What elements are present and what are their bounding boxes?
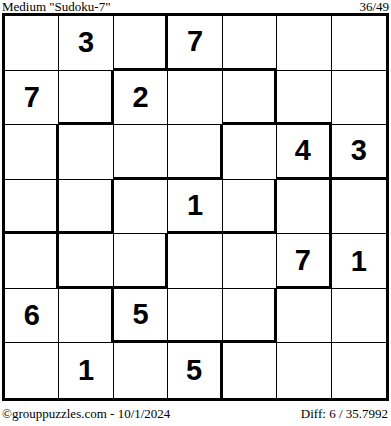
cell-r1c7[interactable] (332, 16, 386, 71)
cell-r2c1[interactable]: 7 (5, 71, 59, 126)
copyright-text: ©grouppuzzles.com - 10/1/2024 (2, 407, 170, 420)
cell-r3c7[interactable]: 3 (332, 125, 386, 180)
cell-r6c7[interactable] (332, 289, 386, 344)
difficulty-text: Diff: 6 / 35.7992 (301, 407, 388, 420)
cell-r7c2[interactable]: 1 (59, 343, 113, 398)
given-digit: 7 (187, 25, 203, 58)
given-digit: 7 (24, 81, 40, 114)
cell-r7c1[interactable] (5, 343, 59, 398)
given-digit: 3 (78, 26, 94, 59)
cell-r5c7[interactable]: 1 (332, 234, 386, 289)
cell-r2c4[interactable] (168, 71, 222, 126)
cell-r3c5[interactable] (223, 125, 277, 180)
progress-counter: 36/49 (359, 0, 389, 13)
cell-r2c2[interactable] (59, 71, 113, 126)
cell-r1c1[interactable] (5, 16, 59, 71)
cell-r6c4[interactable] (168, 289, 222, 344)
cell-r6c1[interactable]: 6 (5, 289, 59, 344)
cell-r3c3[interactable] (114, 125, 168, 180)
cell-r4c6[interactable] (277, 180, 331, 235)
cell-r2c7[interactable] (332, 71, 386, 126)
cell-r6c6[interactable] (277, 289, 331, 344)
puzzle-title: Medium "Sudoku-7" (2, 0, 110, 13)
sudoku-board: 3772431716515 (2, 13, 389, 401)
cell-r1c4[interactable]: 7 (168, 16, 222, 71)
cell-r1c5[interactable] (223, 16, 277, 71)
given-digit: 6 (24, 299, 40, 332)
cell-r4c3[interactable] (114, 180, 168, 235)
cell-r1c6[interactable] (277, 16, 331, 71)
cell-r4c1[interactable] (5, 180, 59, 235)
given-digit: 5 (132, 298, 148, 331)
given-digit: 4 (295, 134, 311, 167)
given-digit: 1 (351, 245, 367, 278)
cell-r7c6[interactable] (277, 343, 331, 398)
cell-r4c4[interactable]: 1 (168, 180, 222, 235)
cell-r2c6[interactable] (277, 71, 331, 126)
given-digit: 2 (132, 81, 148, 114)
cell-r1c3[interactable] (114, 16, 168, 71)
cell-r7c7[interactable] (332, 343, 386, 398)
cell-r7c5[interactable] (223, 343, 277, 398)
given-digit: 7 (295, 244, 311, 277)
cell-r5c2[interactable] (59, 234, 113, 289)
cell-r3c2[interactable] (59, 125, 113, 180)
cell-r7c4[interactable]: 5 (168, 343, 222, 398)
cell-r5c6[interactable]: 7 (277, 234, 331, 289)
cell-r5c5[interactable] (223, 234, 277, 289)
cell-r2c3[interactable]: 2 (114, 71, 168, 126)
given-digit: 5 (186, 354, 202, 387)
cell-r1c2[interactable]: 3 (59, 16, 113, 71)
cell-r6c2[interactable] (59, 289, 113, 344)
puzzle-page: Medium "Sudoku-7" 36/49 3772431716515 ©g… (0, 0, 391, 426)
given-digit: 1 (187, 189, 203, 222)
cell-r6c3[interactable]: 5 (114, 289, 168, 344)
cell-r2c5[interactable] (223, 71, 277, 126)
cell-r3c1[interactable] (5, 125, 59, 180)
cell-r5c1[interactable] (5, 234, 59, 289)
given-digit: 1 (78, 354, 94, 387)
cell-r5c4[interactable] (168, 234, 222, 289)
cell-r4c7[interactable] (332, 180, 386, 235)
cell-r4c2[interactable] (59, 180, 113, 235)
cell-r5c3[interactable] (114, 234, 168, 289)
cell-r6c5[interactable] (223, 289, 277, 344)
given-digit: 3 (351, 134, 367, 167)
cell-r7c3[interactable] (114, 343, 168, 398)
cell-r4c5[interactable] (223, 180, 277, 235)
cell-r3c4[interactable] (168, 125, 222, 180)
cell-r3c6[interactable]: 4 (277, 125, 331, 180)
